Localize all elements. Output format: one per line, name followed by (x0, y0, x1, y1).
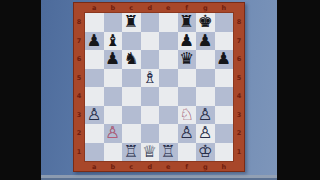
square-g2[interactable]: ♙ (196, 124, 215, 143)
square-f5[interactable] (178, 69, 197, 88)
square-c1[interactable]: ♖ (122, 143, 141, 162)
square-b2[interactable]: ♙ (104, 124, 123, 143)
square-a7[interactable]: ♟ (85, 32, 104, 51)
file-label-c: c (122, 161, 141, 172)
rank-label-1: 1 (73, 143, 85, 162)
piece-white-pawn-g3[interactable]: ♙ (196, 106, 215, 125)
piece-black-bishop-b7[interactable]: ♝ (104, 32, 123, 51)
square-g8[interactable]: ♚ (196, 13, 215, 32)
piece-black-rook-c8[interactable]: ♜ (122, 13, 141, 32)
piece-black-knight-c6[interactable]: ♞ (122, 50, 141, 69)
square-f6[interactable]: ♛ (178, 50, 197, 69)
square-c2[interactable] (122, 124, 141, 143)
square-g6[interactable] (196, 50, 215, 69)
piece-black-pawn-b6[interactable]: ♟ (104, 50, 123, 69)
piece-black-queen-f6[interactable]: ♛ (178, 50, 197, 69)
square-g7[interactable]: ♟ (196, 32, 215, 51)
video-frame: abcdefgh abcdefgh 87654321 87654321 ♜♜♚♟… (0, 0, 320, 180)
rank-label-7: 7 (73, 32, 85, 51)
square-b6[interactable]: ♟ (104, 50, 123, 69)
square-d8[interactable] (141, 13, 160, 32)
rank-label-1: 1 (233, 143, 245, 162)
square-e3[interactable] (159, 106, 178, 125)
board-grid: ♜♜♚♟♝♟♟♟♞♛♟♗♙♘♙♙♙♙♖♕♖♔ (85, 13, 233, 161)
square-f1[interactable] (178, 143, 197, 162)
square-h5[interactable] (215, 69, 234, 88)
rank-label-8: 8 (73, 13, 85, 32)
file-label-d: d (141, 2, 160, 13)
square-b5[interactable] (104, 69, 123, 88)
square-e4[interactable] (159, 87, 178, 106)
rank-label-6: 6 (73, 50, 85, 69)
square-h7[interactable] (215, 32, 234, 51)
square-e8[interactable] (159, 13, 178, 32)
piece-black-king-g8[interactable]: ♚ (196, 13, 215, 32)
square-f2[interactable]: ♙ (178, 124, 197, 143)
square-g3[interactable]: ♙ (196, 106, 215, 125)
background-shade-line (41, 178, 277, 180)
file-label-h: h (215, 2, 234, 13)
square-h3[interactable] (215, 106, 234, 125)
square-c7[interactable] (122, 32, 141, 51)
file-label-a: a (85, 2, 104, 13)
piece-white-pawn-f2[interactable]: ♙ (178, 124, 197, 143)
piece-white-rook-e1[interactable]: ♖ (159, 143, 178, 162)
piece-black-pawn-h6[interactable]: ♟ (215, 50, 234, 69)
square-f3[interactable]: ♘ (178, 106, 197, 125)
rank-label-4: 4 (73, 87, 85, 106)
square-a8[interactable] (85, 13, 104, 32)
square-e2[interactable] (159, 124, 178, 143)
piece-white-pawn-g2[interactable]: ♙ (196, 124, 215, 143)
square-h1[interactable] (215, 143, 234, 162)
square-b4[interactable] (104, 87, 123, 106)
rank-label-5: 5 (73, 69, 85, 88)
square-a3[interactable]: ♙ (85, 106, 104, 125)
square-h2[interactable] (215, 124, 234, 143)
piece-black-pawn-g7[interactable]: ♟ (196, 32, 215, 51)
square-c8[interactable]: ♜ (122, 13, 141, 32)
file-label-b: b (104, 161, 123, 172)
square-g4[interactable] (196, 87, 215, 106)
square-d3[interactable] (141, 106, 160, 125)
letterbox-left (0, 0, 41, 180)
square-e7[interactable] (159, 32, 178, 51)
rank-label-3: 3 (233, 106, 245, 125)
piece-white-pawn-a3[interactable]: ♙ (85, 106, 104, 125)
square-f8[interactable]: ♜ (178, 13, 197, 32)
file-label-d: d (141, 161, 160, 172)
rank-label-4: 4 (233, 87, 245, 106)
square-g1[interactable]: ♔ (196, 143, 215, 162)
rank-label-2: 2 (233, 124, 245, 143)
square-b3[interactable] (104, 106, 123, 125)
square-d6[interactable] (141, 50, 160, 69)
square-c4[interactable] (122, 87, 141, 106)
square-h8[interactable] (215, 13, 234, 32)
piece-white-king-g1[interactable]: ♔ (196, 143, 215, 162)
file-label-e: e (159, 2, 178, 13)
square-d7[interactable] (141, 32, 160, 51)
square-e1[interactable]: ♖ (159, 143, 178, 162)
letterbox-right (277, 0, 320, 180)
square-a1[interactable] (85, 143, 104, 162)
piece-black-pawn-a7[interactable]: ♟ (85, 32, 104, 51)
piece-white-pawn-b2[interactable]: ♙ (104, 124, 123, 143)
file-label-h: h (215, 161, 234, 172)
square-g5[interactable] (196, 69, 215, 88)
square-d5[interactable]: ♗ (141, 69, 160, 88)
square-f4[interactable] (178, 87, 197, 106)
rank-label-5: 5 (233, 69, 245, 88)
piece-white-knight-f3[interactable]: ♘ (178, 106, 197, 125)
rank-label-6: 6 (233, 50, 245, 69)
square-a5[interactable] (85, 69, 104, 88)
square-e6[interactable] (159, 50, 178, 69)
square-e5[interactable] (159, 69, 178, 88)
piece-black-pawn-f7[interactable]: ♟ (178, 32, 197, 51)
piece-white-bishop-d5[interactable]: ♗ (141, 69, 160, 88)
rank-label-2: 2 (73, 124, 85, 143)
square-d4[interactable] (141, 87, 160, 106)
rank-label-7: 7 (233, 32, 245, 51)
square-d2[interactable] (141, 124, 160, 143)
square-c6[interactable]: ♞ (122, 50, 141, 69)
file-labels-bottom: abcdefgh (85, 161, 233, 172)
file-label-e: e (159, 161, 178, 172)
piece-white-queen-d1[interactable]: ♕ (141, 143, 160, 162)
square-d1[interactable]: ♕ (141, 143, 160, 162)
square-a2[interactable] (85, 124, 104, 143)
square-h4[interactable] (215, 87, 234, 106)
square-a4[interactable] (85, 87, 104, 106)
piece-black-rook-f8[interactable]: ♜ (178, 13, 197, 32)
square-f7[interactable]: ♟ (178, 32, 197, 51)
piece-white-rook-c1[interactable]: ♖ (122, 143, 141, 162)
rank-labels-right: 87654321 (233, 13, 245, 161)
file-label-f: f (178, 161, 197, 172)
square-a6[interactable] (85, 50, 104, 69)
square-c5[interactable] (122, 69, 141, 88)
file-label-a: a (85, 161, 104, 172)
rank-label-3: 3 (73, 106, 85, 125)
square-b7[interactable]: ♝ (104, 32, 123, 51)
square-c3[interactable] (122, 106, 141, 125)
square-h6[interactable]: ♟ (215, 50, 234, 69)
rank-labels-left: 87654321 (73, 13, 85, 161)
square-b1[interactable] (104, 143, 123, 162)
file-label-b: b (104, 2, 123, 13)
square-b8[interactable] (104, 13, 123, 32)
rank-label-8: 8 (233, 13, 245, 32)
file-label-g: g (196, 161, 215, 172)
chess-board: abcdefgh abcdefgh 87654321 87654321 ♜♜♚♟… (73, 2, 245, 172)
